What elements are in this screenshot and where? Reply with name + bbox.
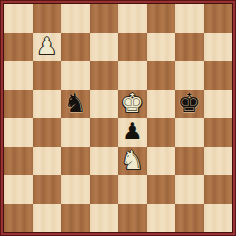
square-d7[interactable] (90, 33, 119, 62)
black-pawn-e4[interactable]: ♟ (122, 120, 143, 144)
square-g7[interactable] (175, 33, 204, 62)
square-h5[interactable] (204, 90, 233, 119)
square-b3[interactable] (33, 147, 62, 176)
black-king-g5[interactable]: ♚ (178, 90, 201, 117)
square-e6[interactable] (118, 61, 147, 90)
square-h8[interactable] (204, 4, 233, 33)
square-e8[interactable] (118, 4, 147, 33)
square-f5[interactable] (147, 90, 176, 119)
chess-board: ♟♞♚♚♟♞ (4, 4, 232, 232)
square-d1[interactable] (90, 204, 119, 233)
square-c3[interactable] (61, 147, 90, 176)
square-h1[interactable] (204, 204, 233, 233)
square-b4[interactable] (33, 118, 62, 147)
square-g1[interactable] (175, 204, 204, 233)
square-c4[interactable] (61, 118, 90, 147)
square-g8[interactable] (175, 4, 204, 33)
square-e4[interactable]: ♟ (118, 118, 147, 147)
square-e7[interactable] (118, 33, 147, 62)
square-b8[interactable] (33, 4, 62, 33)
square-a2[interactable] (4, 175, 33, 204)
square-b6[interactable] (33, 61, 62, 90)
square-h7[interactable] (204, 33, 233, 62)
square-a3[interactable] (4, 147, 33, 176)
square-a6[interactable] (4, 61, 33, 90)
square-b1[interactable] (33, 204, 62, 233)
square-b7[interactable]: ♟ (33, 33, 62, 62)
square-a7[interactable] (4, 33, 33, 62)
white-pawn-b7[interactable]: ♟ (36, 35, 57, 59)
square-d5[interactable] (90, 90, 119, 119)
square-d4[interactable] (90, 118, 119, 147)
square-a8[interactable] (4, 4, 33, 33)
square-d8[interactable] (90, 4, 119, 33)
square-d3[interactable] (90, 147, 119, 176)
square-g3[interactable] (175, 147, 204, 176)
square-c6[interactable] (61, 61, 90, 90)
square-e5[interactable]: ♚ (118, 90, 147, 119)
square-a4[interactable] (4, 118, 33, 147)
square-c2[interactable] (61, 175, 90, 204)
square-f1[interactable] (147, 204, 176, 233)
square-a1[interactable] (4, 204, 33, 233)
square-g5[interactable]: ♚ (175, 90, 204, 119)
square-e1[interactable] (118, 204, 147, 233)
square-f7[interactable] (147, 33, 176, 62)
square-d2[interactable] (90, 175, 119, 204)
white-knight-e3[interactable]: ♞ (121, 147, 144, 174)
board-frame: ♟♞♚♚♟♞ (0, 0, 236, 236)
square-d6[interactable] (90, 61, 119, 90)
square-h3[interactable] (204, 147, 233, 176)
square-c7[interactable] (61, 33, 90, 62)
square-f3[interactable] (147, 147, 176, 176)
square-g6[interactable] (175, 61, 204, 90)
square-f4[interactable] (147, 118, 176, 147)
square-g2[interactable] (175, 175, 204, 204)
square-c5[interactable]: ♞ (61, 90, 90, 119)
square-f8[interactable] (147, 4, 176, 33)
square-h6[interactable] (204, 61, 233, 90)
square-c1[interactable] (61, 204, 90, 233)
square-a5[interactable] (4, 90, 33, 119)
black-knight-c5[interactable]: ♞ (64, 90, 87, 117)
square-f2[interactable] (147, 175, 176, 204)
square-h2[interactable] (204, 175, 233, 204)
square-e2[interactable] (118, 175, 147, 204)
square-f6[interactable] (147, 61, 176, 90)
square-b5[interactable] (33, 90, 62, 119)
square-b2[interactable] (33, 175, 62, 204)
square-h4[interactable] (204, 118, 233, 147)
square-c8[interactable] (61, 4, 90, 33)
square-g4[interactable] (175, 118, 204, 147)
white-king-e5[interactable]: ♚ (121, 90, 144, 117)
square-e3[interactable]: ♞ (118, 147, 147, 176)
